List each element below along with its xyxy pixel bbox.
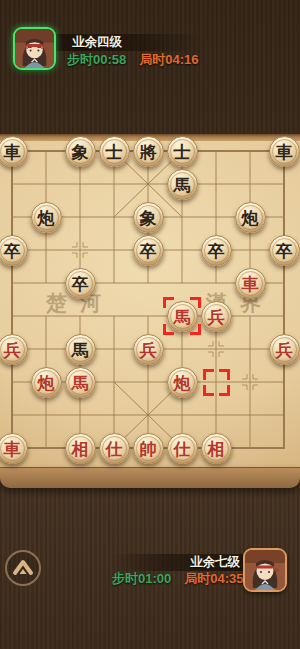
bottom-player-name: 业余七级 [110,554,250,571]
piece-black-卒[interactable]: 卒 [201,235,232,266]
piece-black-士[interactable]: 士 [167,136,198,167]
piece-red-馬[interactable]: 馬 [167,301,198,332]
piece-red-相[interactable]: 相 [65,433,96,464]
piece-black-卒[interactable]: 卒 [269,235,300,266]
piece-black-象[interactable]: 象 [133,202,164,233]
top-game-timer: 局时04:16 [139,51,198,69]
avatar-girl-illustration [15,29,54,68]
piece-red-車[interactable]: 車 [0,433,28,464]
piece-black-卒[interactable]: 卒 [133,235,164,266]
piece-red-車[interactable]: 車 [235,268,266,299]
bottom-move-timer: 步时01:00 [112,570,171,588]
piece-red-仕[interactable]: 仕 [167,433,198,464]
piece-black-象[interactable]: 象 [65,136,96,167]
piece-black-士[interactable]: 士 [99,136,130,167]
piece-black-馬[interactable]: 馬 [65,334,96,365]
avatar-girl-illustration [245,550,285,590]
top-player-name: 业余四级 [50,34,202,51]
bottom-game-timer: 局时04:35 [184,570,243,588]
bottom-player-avatar[interactable] [243,548,287,592]
piece-red-兵[interactable]: 兵 [201,301,232,332]
top-player-timers: 步时00:58 局时04:16 [67,51,199,69]
piece-black-車[interactable]: 車 [269,136,300,167]
piece-red-相[interactable]: 相 [201,433,232,464]
expand-menu-button[interactable] [5,550,41,586]
piece-red-馬[interactable]: 馬 [65,367,96,398]
piece-red-仕[interactable]: 仕 [99,433,130,464]
app-screen: 楚河 漢界 車象士將士車馬炮象炮卒卒卒卒卒馬車馬兵兵兵兵炮馬炮車相仕帥仕相 业余… [0,0,300,649]
piece-red-炮[interactable]: 炮 [31,367,62,398]
top-player-avatar[interactable] [13,27,56,70]
piece-red-炮[interactable]: 炮 [167,367,198,398]
top-move-timer: 步时00:58 [67,51,126,69]
piece-black-炮[interactable]: 炮 [31,202,62,233]
piece-black-將[interactable]: 將 [133,136,164,167]
piece-red-兵[interactable]: 兵 [269,334,300,365]
piece-black-炮[interactable]: 炮 [235,202,266,233]
chevron-up-icon [11,556,35,580]
piece-black-車[interactable]: 車 [0,136,28,167]
piece-black-卒[interactable]: 卒 [0,235,28,266]
bottom-player-timers: 步时01:00 局时04:35 [112,570,244,588]
piece-red-兵[interactable]: 兵 [0,334,28,365]
piece-red-兵[interactable]: 兵 [133,334,164,365]
piece-black-馬[interactable]: 馬 [167,169,198,200]
piece-black-卒[interactable]: 卒 [65,268,96,299]
piece-red-帥[interactable]: 帥 [133,433,164,464]
